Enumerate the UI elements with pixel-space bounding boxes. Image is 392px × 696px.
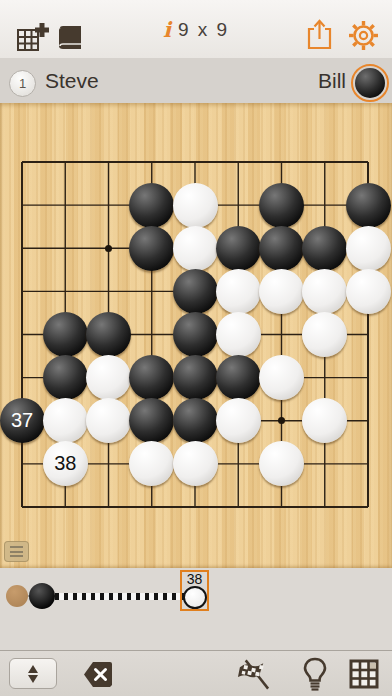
step-down-icon [28, 675, 38, 683]
white-stone [302, 269, 347, 314]
current-move-highlight[interactable]: 38 [180, 570, 209, 611]
white-stone [216, 398, 261, 443]
window-title: i 9 x 9 [0, 0, 392, 58]
turn-indicator-ring [351, 64, 389, 102]
white-stone [216, 312, 261, 357]
move-navigation-slider[interactable]: 38 [0, 568, 392, 650]
black-stone [302, 226, 347, 271]
player-bar: 1 Steve Bill [0, 58, 392, 103]
white-stone [259, 269, 304, 314]
black-stone [129, 226, 174, 271]
delete-backspace-icon[interactable] [80, 656, 116, 692]
bottom-toolbar [0, 650, 392, 696]
share-icon[interactable] [306, 19, 333, 50]
black-stone [259, 226, 304, 271]
black-stone [86, 312, 131, 357]
move-sequence-track[interactable] [55, 593, 189, 600]
black-stone-turn-icon [355, 68, 385, 98]
white-stone [173, 183, 218, 228]
current-move-white-stone [183, 586, 207, 609]
goban[interactable]: 3738 [0, 103, 392, 568]
black-stone [173, 312, 218, 357]
black-stone [129, 183, 174, 228]
white-stone [302, 312, 347, 357]
black-stone [173, 398, 218, 443]
settings-gear-icon[interactable] [347, 19, 380, 52]
white-stone [346, 226, 391, 271]
black-stone [216, 355, 261, 400]
move-numbered-stone: 37 [0, 398, 45, 443]
star-point [105, 245, 112, 252]
branch-start-black-dot[interactable] [29, 583, 55, 609]
hint-lightbulb-icon[interactable] [297, 656, 333, 692]
top-toolbar: i 9 x 9 [0, 0, 392, 59]
player-name-right: Bill [318, 58, 346, 103]
board-size-title: 9 x 9 [178, 20, 229, 39]
move-stepper-button[interactable] [9, 658, 57, 689]
score-flag-icon[interactable] [236, 656, 272, 692]
black-stone [259, 183, 304, 228]
black-stone [346, 183, 391, 228]
current-move-number: 38 [187, 572, 203, 587]
black-stone [173, 355, 218, 400]
move-numbered-stone: 38 [43, 441, 88, 486]
black-stone [173, 269, 218, 314]
step-up-icon [28, 665, 38, 673]
black-stone [216, 226, 261, 271]
white-stone [216, 269, 261, 314]
white-stone [173, 226, 218, 271]
move-number-badge[interactable]: 1 [9, 70, 36, 97]
board-drag-handle[interactable] [4, 541, 29, 562]
info-icon[interactable]: i [163, 19, 171, 40]
white-stone [86, 355, 131, 400]
black-stone [43, 355, 88, 400]
white-stone [173, 441, 218, 486]
white-stone [346, 269, 391, 314]
white-stone [43, 398, 88, 443]
white-stone [86, 398, 131, 443]
game-start-dot[interactable] [6, 585, 28, 607]
black-stone [43, 312, 88, 357]
player-name-left: Steve [45, 58, 99, 103]
white-stone [259, 355, 304, 400]
board-grid-icon[interactable] [346, 656, 382, 692]
